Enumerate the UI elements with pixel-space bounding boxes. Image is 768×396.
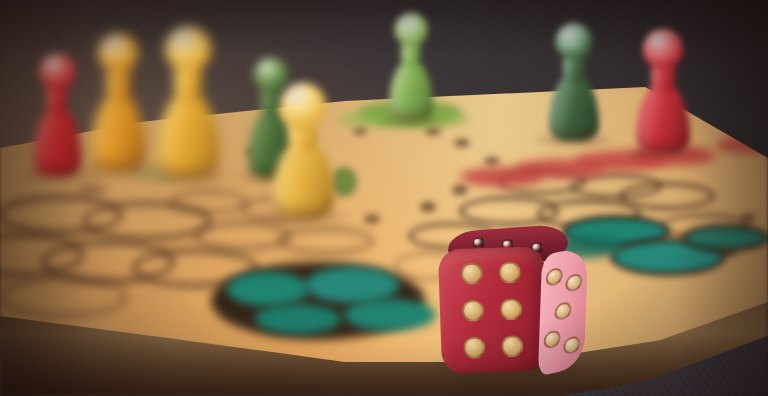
pawn-head: [556, 23, 593, 60]
die-right-face: [538, 246, 588, 377]
pawn-body: [91, 94, 145, 171]
pawn-body: [636, 84, 690, 153]
pawn-head: [395, 13, 428, 46]
die-pip: [501, 335, 524, 358]
die-pip: [563, 335, 581, 356]
die-pip: [554, 301, 572, 322]
ludo-photo-scene: [0, 0, 768, 396]
die-pip: [500, 298, 523, 321]
die-pip: [543, 329, 561, 350]
die-pip: [463, 336, 486, 359]
pawn-orange: [91, 33, 145, 171]
pawn-green-right: [549, 23, 599, 141]
die-front-face: [438, 246, 548, 374]
pawn-yellow-front: [272, 83, 334, 217]
pawn-body: [157, 93, 219, 178]
pawn-head: [98, 33, 138, 73]
pawn-body: [549, 75, 599, 141]
pawn-body: [33, 108, 81, 176]
die-pip: [545, 267, 563, 288]
die-pip: [460, 262, 483, 285]
die-pip: [565, 272, 583, 293]
pawn-head: [643, 29, 683, 69]
pawn-head: [165, 26, 211, 72]
die-pip: [473, 237, 486, 249]
pawn-body: [272, 142, 334, 217]
pawn-green-light: [389, 13, 433, 121]
pawn-red-right: [636, 29, 690, 153]
pawn-head: [39, 54, 75, 90]
pawn-head: [280, 83, 326, 129]
die-pip: [461, 299, 484, 322]
die: [436, 226, 588, 378]
pawns-layer: [0, 0, 768, 396]
die-pip: [498, 261, 521, 284]
pawn-red-left: [33, 54, 81, 176]
pawn-body: [389, 61, 433, 121]
pawn-yellow-back: [157, 26, 219, 178]
